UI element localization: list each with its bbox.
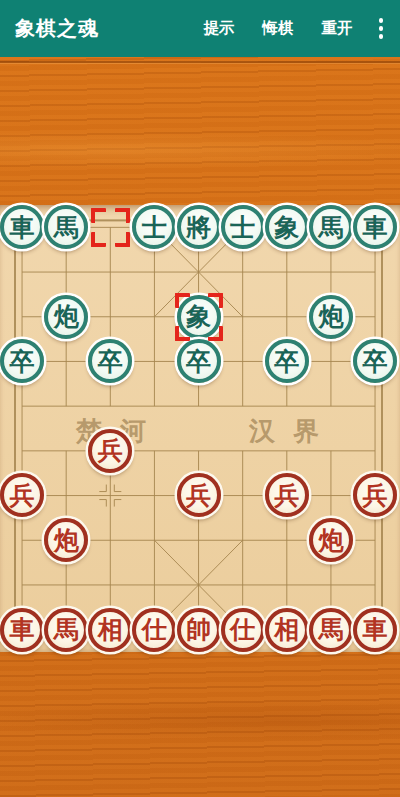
menu-item-undo[interactable]: 悔棋 xyxy=(263,18,294,39)
piece-red-horse-1[interactable]: 馬 xyxy=(44,608,88,652)
board-cell: 相 xyxy=(88,607,132,652)
board-cell: 仕 xyxy=(221,607,265,652)
board-cell: 象 xyxy=(265,205,309,250)
piece-red-chariot-1[interactable]: 車 xyxy=(0,608,44,652)
board-cell: 卒 xyxy=(88,339,132,384)
board-cell: 卒 xyxy=(177,339,221,384)
board-cell: 士 xyxy=(221,205,265,250)
board-cell: 相 xyxy=(265,607,309,652)
menu-item-hint[interactable]: 提示 xyxy=(204,18,235,39)
board-grid[interactable]: 車馬士將士象馬車炮象炮卒卒卒卒卒兵兵兵兵兵炮炮車馬相仕帥仕相馬車 xyxy=(0,205,397,652)
header-bar: 象棋之魂 提示 悔棋 重开 xyxy=(0,0,400,57)
piece-black-soldier-4[interactable]: 卒 xyxy=(265,339,309,383)
board-cell: 卒 xyxy=(353,339,397,384)
piece-red-chariot-2[interactable]: 車 xyxy=(353,608,397,652)
board-cell: 兵 xyxy=(88,428,132,473)
piece-black-horse-1[interactable]: 馬 xyxy=(44,205,88,249)
piece-black-soldier-3[interactable]: 卒 xyxy=(177,339,221,383)
piece-red-elephant-1[interactable]: 相 xyxy=(88,608,132,652)
board-cell: 車 xyxy=(0,205,44,250)
board-cell: 馬 xyxy=(44,607,88,652)
board-cell: 車 xyxy=(353,205,397,250)
board-cell: 象 xyxy=(177,294,221,339)
board-cell: 將 xyxy=(177,205,221,250)
board-cell: 仕 xyxy=(132,607,176,652)
board-cell: 馬 xyxy=(44,205,88,250)
piece-red-elephant-2[interactable]: 相 xyxy=(265,608,309,652)
piece-black-chariot-1[interactable]: 車 xyxy=(0,205,44,249)
xiangqi-board[interactable]: 楚河 汉界 車馬士將士象馬車炮象炮卒卒卒卒卒兵兵兵兵兵炮炮車馬相仕帥仕相馬車 xyxy=(0,205,400,652)
piece-black-advisor-1[interactable]: 士 xyxy=(132,205,176,249)
header-menu: 提示 悔棋 重开 xyxy=(204,18,353,39)
piece-red-cannon-2[interactable]: 炮 xyxy=(309,518,353,562)
piece-black-soldier-2[interactable]: 卒 xyxy=(88,339,132,383)
board-cell: 炮 xyxy=(44,294,88,339)
piece-red-soldier-4[interactable]: 兵 xyxy=(265,473,309,517)
piece-red-general[interactable]: 帥 xyxy=(177,608,221,652)
piece-black-cannon-1[interactable]: 炮 xyxy=(44,295,88,339)
board-cell: 馬 xyxy=(309,205,353,250)
board-cell: 馬 xyxy=(309,607,353,652)
board-cell: 炮 xyxy=(44,518,88,563)
piece-red-soldier-3[interactable]: 兵 xyxy=(177,473,221,517)
piece-black-chariot-2[interactable]: 車 xyxy=(353,205,397,249)
piece-black-general[interactable]: 將 xyxy=(177,205,221,249)
kebab-menu-icon[interactable] xyxy=(377,14,386,43)
piece-black-elephant-2[interactable]: 象 xyxy=(265,205,309,249)
board-cell: 兵 xyxy=(353,473,397,518)
board-cell: 帥 xyxy=(177,607,221,652)
board-cell: 炮 xyxy=(309,294,353,339)
piece-red-advisor-2[interactable]: 仕 xyxy=(221,608,265,652)
board-cell: 士 xyxy=(132,205,176,250)
piece-red-soldier-2[interactable]: 兵 xyxy=(88,429,132,473)
piece-black-soldier-5[interactable]: 卒 xyxy=(353,339,397,383)
piece-black-elephant-1[interactable]: 象 xyxy=(177,295,221,339)
menu-item-restart[interactable]: 重开 xyxy=(322,18,353,39)
piece-black-cannon-2[interactable]: 炮 xyxy=(309,295,353,339)
board-cell: 炮 xyxy=(309,518,353,563)
board-cell: 兵 xyxy=(265,473,309,518)
board-cell: 兵 xyxy=(0,473,44,518)
board-cell: 兵 xyxy=(177,473,221,518)
piece-black-advisor-2[interactable]: 士 xyxy=(221,205,265,249)
piece-red-cannon-1[interactable]: 炮 xyxy=(44,518,88,562)
xiangqi-app-screen: 象棋之魂 提示 悔棋 重开 楚河 汉界 車馬士將士象馬車炮象炮卒卒卒卒卒兵兵兵兵… xyxy=(0,0,400,797)
piece-red-advisor-1[interactable]: 仕 xyxy=(132,608,176,652)
piece-black-horse-2[interactable]: 馬 xyxy=(309,205,353,249)
piece-black-soldier-1[interactable]: 卒 xyxy=(0,339,44,383)
piece-red-soldier-5[interactable]: 兵 xyxy=(353,473,397,517)
piece-red-soldier-1[interactable]: 兵 xyxy=(0,473,44,517)
app-title: 象棋之魂 xyxy=(15,15,99,42)
board-cell: 卒 xyxy=(0,339,44,384)
board-cell: 卒 xyxy=(265,339,309,384)
piece-red-horse-2[interactable]: 馬 xyxy=(309,608,353,652)
board-cell: 車 xyxy=(353,607,397,652)
wood-plank-seam xyxy=(0,61,400,63)
board-cell: 車 xyxy=(0,607,44,652)
